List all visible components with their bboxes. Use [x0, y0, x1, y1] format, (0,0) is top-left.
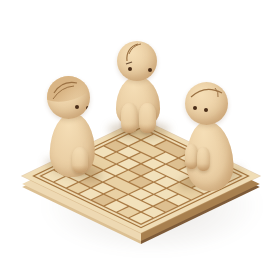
figure-right-leg [197, 147, 210, 171]
left-eye-dot [128, 67, 132, 71]
right-eye-dot [204, 108, 208, 112]
figure-head [117, 41, 157, 81]
figure-knee [72, 147, 88, 173]
illustration-scene [0, 0, 280, 280]
figure-head [47, 76, 90, 119]
figure-head [185, 82, 228, 125]
left-eye-dot [193, 106, 197, 110]
left-eye-dot [75, 105, 79, 109]
right-eye-dot [148, 68, 152, 72]
right-eye-dot [86, 106, 90, 110]
figure-left-leg [121, 103, 138, 133]
hair-cap [47, 76, 90, 106]
figure-right-leg [139, 103, 156, 133]
